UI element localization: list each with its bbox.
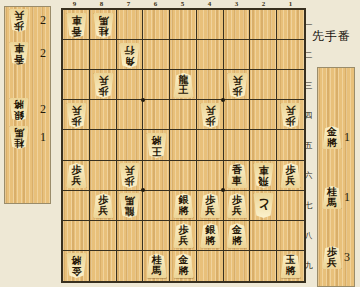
piece-kanji: 兵	[205, 206, 215, 217]
square-2二[interactable]	[250, 40, 277, 70]
piece-kanji: 馬	[98, 15, 108, 26]
rank-label: 八	[303, 220, 314, 250]
piece-kanji: 金	[71, 266, 81, 277]
piece-kanji: 馬	[14, 127, 24, 138]
hand-count: 1	[40, 130, 50, 145]
square-7一[interactable]	[117, 10, 144, 40]
file-label: 7	[115, 0, 142, 8]
square-4三[interactable]	[197, 70, 224, 100]
gote-hand-item: 香車2	[5, 42, 50, 65]
piece-kanji: 王	[179, 85, 189, 96]
piece-kanji: 行	[125, 45, 135, 56]
piece-kanji: 歩	[286, 115, 296, 126]
piece-kanji: 車	[14, 43, 24, 54]
piece-kanji: 飛	[259, 176, 269, 187]
square-7九[interactable]	[117, 251, 144, 281]
piece-kanji: 桂	[98, 25, 108, 36]
piece-kanji: と	[257, 199, 270, 213]
square-8八[interactable]	[90, 221, 117, 251]
sente-hand-item: 歩兵3	[318, 246, 354, 269]
piece-kanji: 將	[179, 266, 189, 277]
piece-kanji: 兵	[286, 105, 296, 116]
square-1八[interactable]	[277, 221, 304, 251]
piece-kanji: 將	[14, 99, 24, 110]
square-3一[interactable]	[224, 10, 251, 40]
square-5一[interactable]	[170, 10, 197, 40]
piece-kanji: 兵	[98, 75, 108, 86]
hand-count: 2	[40, 13, 50, 28]
square-8五[interactable]	[90, 130, 117, 160]
square-6六[interactable]	[143, 161, 170, 191]
piece-kanji: 角	[125, 55, 135, 66]
piece-kanji: 歩	[232, 85, 242, 96]
square-6七[interactable]	[143, 191, 170, 221]
square-4六[interactable]	[197, 161, 224, 191]
square-3二[interactable]	[224, 40, 251, 70]
shogi-board: 香車桂馬角行歩兵龍王歩兵歩兵歩兵歩兵王將歩兵歩兵香車飛車歩兵歩兵龍馬銀將歩兵歩兵…	[61, 8, 306, 283]
square-4一[interactable]	[197, 10, 224, 40]
rank-label: 六	[303, 160, 314, 190]
piece-kanji: 將	[71, 255, 81, 266]
hand-count: 2	[40, 46, 50, 61]
piece-kanji: 香	[71, 25, 81, 36]
piece-kanji: 兵	[14, 10, 24, 21]
gote-piece-歩兵[interactable]: 歩兵	[9, 9, 29, 32]
piece-kanji: 將	[152, 135, 162, 146]
square-8六[interactable]	[90, 161, 117, 191]
piece-kanji: 兵	[98, 206, 108, 217]
piece-kanji: 歩	[327, 247, 337, 258]
rank-label: 五	[303, 130, 314, 160]
piece-kanji: 歩	[125, 176, 135, 187]
piece-kanji: 桂	[14, 138, 24, 149]
gote-piece-香車[interactable]: 香車	[9, 42, 29, 65]
square-1一[interactable]	[277, 10, 304, 40]
square-9八[interactable]	[63, 221, 90, 251]
piece-kanji: 兵	[286, 176, 296, 187]
square-9三[interactable]	[63, 70, 90, 100]
file-label: 1	[277, 0, 304, 8]
rank-labels: 一二三四五六七八九	[303, 10, 314, 280]
hand-count: 1	[344, 130, 354, 145]
square-6一[interactable]	[143, 10, 170, 40]
rank-label: 七	[303, 190, 314, 220]
piece-kanji: 兵	[327, 258, 337, 269]
gote-hand-item: 銀將2	[5, 98, 50, 121]
piece-kanji: 將	[179, 206, 189, 217]
turn-indicator: 先手番	[312, 28, 358, 45]
piece-kanji: 兵	[71, 176, 81, 187]
piece-kanji: 將	[327, 138, 337, 149]
piece-kanji: 兵	[205, 105, 215, 116]
piece-kanji: 桂	[327, 187, 337, 198]
square-5四[interactable]	[170, 100, 197, 130]
square-8九[interactable]	[90, 251, 117, 281]
piece-kanji: 兵	[232, 75, 242, 86]
square-9二[interactable]	[63, 40, 90, 70]
piece-kanji: 將	[286, 266, 296, 277]
square-2四[interactable]	[250, 100, 277, 130]
piece-kanji: 歩	[98, 85, 108, 96]
square-2九[interactable]	[250, 251, 277, 281]
square-4二[interactable]	[197, 40, 224, 70]
star-point	[141, 188, 145, 192]
square-2一[interactable]	[250, 10, 277, 40]
piece-kanji: 歩	[14, 21, 24, 32]
gote-piece-銀將[interactable]: 銀將	[9, 98, 29, 121]
square-5六[interactable]	[170, 161, 197, 191]
gote-hand-item: 歩兵2	[5, 9, 50, 32]
square-9七[interactable]	[63, 191, 90, 221]
hand-count: 2	[40, 102, 50, 117]
square-8四[interactable]	[90, 100, 117, 130]
piece-kanji: 兵	[232, 206, 242, 217]
file-label: 9	[61, 0, 88, 8]
file-label: 6	[142, 0, 169, 8]
square-7四[interactable]	[117, 100, 144, 130]
piece-kanji: 車	[71, 15, 81, 26]
piece-kanji: 歩	[205, 115, 215, 126]
square-8二[interactable]	[90, 40, 117, 70]
piece-kanji: 車	[232, 176, 242, 187]
sente-hand-tray: 金將1桂馬1歩兵3	[317, 67, 355, 287]
square-2八[interactable]	[250, 221, 277, 251]
piece-kanji: 兵	[179, 236, 189, 247]
gote-hand-item: 桂馬1	[5, 126, 50, 149]
piece-kanji: 金	[327, 127, 337, 138]
piece-kanji: 馬	[152, 266, 162, 277]
piece-kanji: 將	[205, 236, 215, 247]
file-label: 2	[250, 0, 277, 8]
star-point	[221, 98, 225, 102]
sente-hand-item: 金將1	[318, 126, 354, 149]
piece-kanji: 歩	[71, 115, 81, 126]
square-6八[interactable]	[143, 221, 170, 251]
square-1二[interactable]	[277, 40, 304, 70]
piece-kanji: 龍	[125, 206, 135, 217]
square-3九[interactable]	[224, 251, 251, 281]
square-3四[interactable]	[224, 100, 251, 130]
square-1七[interactable]	[277, 191, 304, 221]
star-point	[221, 188, 225, 192]
piece-kanji: 兵	[125, 165, 135, 176]
square-6四[interactable]	[143, 100, 170, 130]
hand-count: 3	[344, 250, 354, 265]
piece-kanji: 將	[232, 236, 242, 247]
square-9五[interactable]	[63, 130, 90, 160]
sente-piece-金將[interactable]: 金將	[322, 126, 342, 149]
square-7八[interactable]	[117, 221, 144, 251]
sente-hand-item: 桂馬1	[318, 186, 354, 209]
square-6二[interactable]	[143, 40, 170, 70]
file-label: 4	[196, 0, 223, 8]
star-point	[141, 98, 145, 102]
rank-label: 三	[303, 70, 314, 100]
file-label: 8	[88, 0, 115, 8]
square-4五[interactable]	[197, 130, 224, 160]
square-2五[interactable]	[250, 130, 277, 160]
square-4九[interactable]	[197, 251, 224, 281]
piece-kanji: 兵	[71, 105, 81, 116]
sente-piece-桂馬[interactable]: 桂馬	[322, 186, 342, 209]
piece-kanji: 車	[259, 165, 269, 176]
square-1三[interactable]	[277, 70, 304, 100]
square-7五[interactable]	[117, 130, 144, 160]
piece-kanji: 馬	[327, 198, 337, 209]
hand-count: 1	[344, 190, 354, 205]
gote-piece-桂馬[interactable]: 桂馬	[9, 126, 29, 149]
square-5五[interactable]	[170, 130, 197, 160]
rank-label: 九	[303, 250, 314, 280]
gote-hand-tray: 歩兵2香車2銀將2桂馬1	[4, 6, 51, 204]
square-2三[interactable]	[250, 70, 277, 100]
file-label: 3	[223, 0, 250, 8]
square-5二[interactable]	[170, 40, 197, 70]
square-1五[interactable]	[277, 130, 304, 160]
square-3五[interactable]	[224, 130, 251, 160]
piece-kanji: 王	[152, 146, 162, 157]
piece-kanji: 馬	[125, 195, 135, 206]
piece-kanji: 香	[14, 54, 24, 65]
sente-piece-歩兵[interactable]: 歩兵	[322, 246, 342, 269]
file-labels: 987654321	[61, 0, 304, 8]
rank-label: 四	[303, 100, 314, 130]
square-6三[interactable]	[143, 70, 170, 100]
piece-kanji: 銀	[14, 110, 24, 121]
square-7三[interactable]	[117, 70, 144, 100]
file-label: 5	[169, 0, 196, 8]
